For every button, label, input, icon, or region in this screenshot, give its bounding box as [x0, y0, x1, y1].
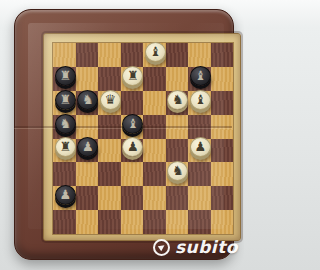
square-h6 — [211, 91, 234, 115]
square-f4 — [166, 139, 189, 163]
white-rook-d7: ♜ — [122, 66, 143, 86]
square-b8 — [76, 43, 99, 67]
square-d3 — [121, 162, 144, 186]
square-g8 — [188, 43, 211, 67]
chess-case: ♝♜♜♝♜♞♛♞♝♞♝♜♟♟♟♞♟ — [14, 9, 234, 260]
square-e7 — [143, 67, 166, 91]
square-e1 — [143, 210, 166, 234]
subito-watermark: subito — [153, 237, 238, 257]
board-frame: ♝♜♜♝♜♞♛♞♝♞♝♜♟♟♟♞♟ — [43, 33, 241, 241]
black-bishop-g7: ♝ — [190, 66, 211, 86]
black-knight-a5: ♞ — [55, 114, 76, 134]
square-c2 — [98, 186, 121, 210]
black-knight-b6: ♞ — [77, 90, 98, 110]
square-e4 — [143, 139, 166, 163]
black-bishop-d5: ♝ — [122, 114, 143, 134]
black-rook-a6: ♜ — [55, 90, 76, 110]
subito-logo-icon — [153, 239, 170, 256]
square-e3 — [143, 162, 166, 186]
square-h7 — [211, 67, 234, 91]
square-b2 — [76, 186, 99, 210]
subito-arrow-icon — [158, 243, 166, 251]
white-knight-f6: ♞ — [167, 90, 188, 110]
square-b7 — [76, 67, 99, 91]
square-d6 — [121, 91, 144, 115]
square-c8 — [98, 43, 121, 67]
square-f2 — [166, 186, 189, 210]
square-c7 — [98, 67, 121, 91]
square-d8 — [121, 43, 144, 67]
square-e2 — [143, 186, 166, 210]
square-g3 — [188, 162, 211, 186]
photo-scene: ♝♜♜♝♜♞♛♞♝♞♝♜♟♟♟♞♟ subito — [0, 0, 244, 270]
square-c3 — [98, 162, 121, 186]
square-h1 — [211, 210, 234, 234]
square-a3 — [53, 162, 76, 186]
square-b3 — [76, 162, 99, 186]
square-e6 — [143, 91, 166, 115]
white-queen-c6: ♛ — [100, 90, 121, 110]
square-g2 — [188, 186, 211, 210]
chess-board: ♝♜♜♝♜♞♛♞♝♞♝♜♟♟♟♞♟ — [52, 42, 234, 235]
square-f1 — [166, 210, 189, 234]
square-g1 — [188, 210, 211, 234]
watermark-text: subito — [175, 237, 238, 257]
square-d2 — [121, 186, 144, 210]
white-bishop-e8: ♝ — [145, 42, 166, 62]
square-f7 — [166, 67, 189, 91]
square-f8 — [166, 43, 189, 67]
black-pawn-a2: ♟ — [55, 185, 76, 205]
white-bishop-g6: ♝ — [190, 90, 211, 110]
square-d1 — [121, 210, 144, 234]
square-h4 — [211, 139, 234, 163]
square-h8 — [211, 43, 234, 67]
square-c4 — [98, 139, 121, 163]
square-b1 — [76, 210, 99, 234]
square-a1 — [53, 210, 76, 234]
black-rook-a7: ♜ — [55, 66, 76, 86]
square-a8 — [53, 43, 76, 67]
square-c1 — [98, 210, 121, 234]
square-h2 — [211, 186, 234, 210]
square-h3 — [211, 162, 234, 186]
